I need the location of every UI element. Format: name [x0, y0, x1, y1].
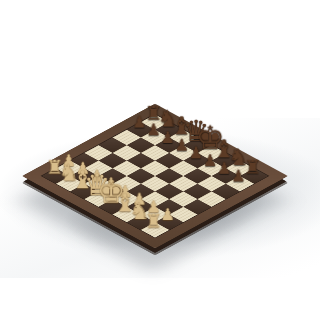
black-pawn-glyph: ♟	[221, 168, 255, 184]
chess-board: ♜♞♝♛♚♝♞♜♟♟♟♟♟♟♟♟♟♟♟♟♟♟♟♟♜♞♝♛♚♝♞♜	[22, 104, 288, 249]
white-rook-glyph: ♜	[137, 212, 171, 231]
product-photo: ♜♞♝♛♚♝♞♜♟♟♟♟♟♟♟♟♟♟♟♟♟♟♟♟♜♞♝♛♚♝♞♜	[0, 0, 320, 320]
piece-layer: ♜♞♝♛♚♝♞♜♟♟♟♟♟♟♟♟♟♟♟♟♟♟♟♟♜♞♝♛♚♝♞♜	[42, 114, 268, 237]
